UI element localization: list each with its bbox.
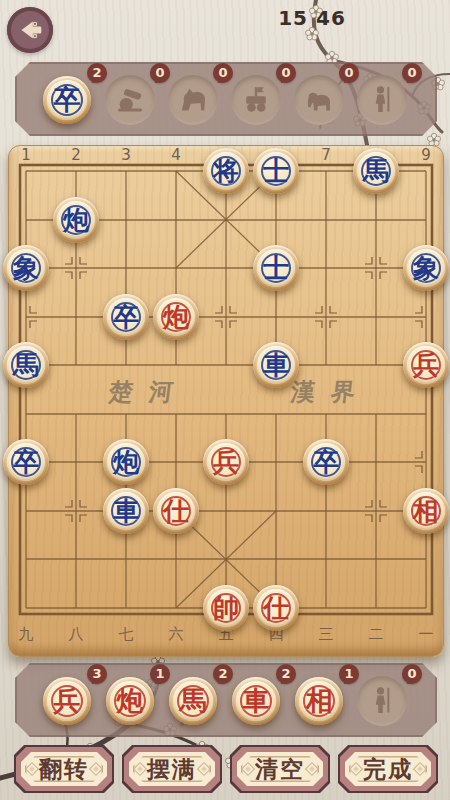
- piece-count-badge: 0: [339, 63, 359, 83]
- board-piece-red-炮[interactable]: 炮: [153, 294, 199, 340]
- tray-piece-卒[interactable]: 卒: [43, 76, 91, 124]
- xiangqi-board[interactable]: 楚河 漢界 123456789九八七六五四三二一将士馬炮象士象卒炮馬車兵卒炮兵卒…: [8, 145, 444, 657]
- advisor-silhouette: [357, 75, 407, 125]
- board-piece-red-兵[interactable]: 兵: [403, 342, 449, 388]
- horse-silhouette: [168, 75, 218, 125]
- board-piece-black-卒[interactable]: 卒: [303, 439, 349, 485]
- clear-board-button[interactable]: 清空: [230, 745, 330, 793]
- board-piece-red-仕[interactable]: 仕: [153, 488, 199, 534]
- board-piece-black-象[interactable]: 象: [403, 245, 449, 291]
- piece-count-badge: 0: [150, 63, 170, 83]
- board-piece-black-士[interactable]: 士: [253, 245, 299, 291]
- chariot-silhouette: [231, 75, 281, 125]
- board-piece-black-車[interactable]: 車: [103, 488, 149, 534]
- file-label-bottom: 七: [115, 625, 137, 644]
- file-label-bottom: 八: [65, 625, 87, 644]
- cannon-silhouette: [105, 75, 155, 125]
- file-label-bottom: 三: [315, 625, 337, 644]
- board-piece-black-馬[interactable]: 馬: [353, 148, 399, 194]
- board-piece-black-士[interactable]: 士: [253, 148, 299, 194]
- board-piece-black-炮[interactable]: 炮: [103, 439, 149, 485]
- editor-action-bar: 翻转 摆满 清空 完成: [0, 745, 450, 793]
- tray-piece-相[interactable]: 相: [295, 677, 343, 725]
- board-piece-black-車[interactable]: 車: [253, 342, 299, 388]
- back-arrow-icon: [13, 13, 47, 47]
- board-piece-black-卒[interactable]: 卒: [3, 439, 49, 485]
- file-label-top: 1: [15, 146, 37, 164]
- piece-count-badge: 0: [402, 63, 422, 83]
- river-text-left: 楚河: [107, 376, 191, 408]
- board-piece-red-帥[interactable]: 帥: [203, 585, 249, 631]
- board-piece-black-馬[interactable]: 馬: [3, 342, 49, 388]
- file-label-top: 2: [65, 146, 87, 164]
- file-label-top: 7: [315, 146, 337, 164]
- tray-piece-車[interactable]: 車: [232, 677, 280, 725]
- flip-button[interactable]: 翻转: [14, 745, 114, 793]
- board-piece-black-炮[interactable]: 炮: [53, 197, 99, 243]
- board-piece-red-相[interactable]: 相: [403, 488, 449, 534]
- file-label-bottom: 二: [365, 625, 387, 644]
- board-piece-red-兵[interactable]: 兵: [203, 439, 249, 485]
- board-piece-black-象[interactable]: 象: [3, 245, 49, 291]
- file-label-top: 9: [415, 146, 437, 164]
- black-piece-tray: 卒200000: [15, 62, 437, 136]
- river-text-right: 漢界: [289, 376, 373, 408]
- red-piece-tray: 兵3炮1馬2車2相10: [15, 663, 437, 737]
- file-label-top: 3: [115, 146, 137, 164]
- back-button[interactable]: [7, 7, 53, 53]
- board-piece-black-将[interactable]: 将: [203, 148, 249, 194]
- piece-count-badge: 0: [276, 63, 296, 83]
- tray-piece-馬[interactable]: 馬: [169, 677, 217, 725]
- board-piece-black-卒[interactable]: 卒: [103, 294, 149, 340]
- xiangqi-editor-screen: 15 46 卒200000 楚河 漢界 123456789九八七六五四三二一将士…: [0, 0, 450, 800]
- file-label-top: 4: [165, 146, 187, 164]
- piece-count-badge: 0: [402, 664, 422, 684]
- done-button[interactable]: 完成: [338, 745, 438, 793]
- elephant-silhouette: [294, 75, 344, 125]
- tray-piece-兵[interactable]: 兵: [43, 677, 91, 725]
- piece-count-badge: 0: [213, 63, 233, 83]
- status-clock: 15 46: [278, 6, 346, 30]
- file-label-bottom: 六: [165, 625, 187, 644]
- file-label-bottom: 一: [415, 625, 437, 644]
- tray-piece-炮[interactable]: 炮: [106, 677, 154, 725]
- file-label-bottom: 九: [15, 625, 37, 644]
- fill-board-button[interactable]: 摆满: [122, 745, 222, 793]
- advisor-silhouette: [357, 676, 407, 726]
- board-piece-red-仕[interactable]: 仕: [253, 585, 299, 631]
